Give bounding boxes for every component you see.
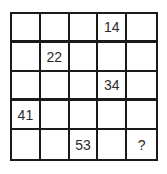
cell-r2c1 [12, 43, 41, 72]
cell-r5c5: ? [127, 130, 156, 159]
cell-r1c2 [41, 14, 70, 43]
cell-r3c4: 34 [98, 72, 127, 101]
cell-r1c3 [70, 14, 99, 43]
cell-r3c3 [70, 72, 99, 101]
cell-r2c4 [98, 43, 127, 72]
cell-r4c2 [41, 101, 70, 130]
cell-r1c4: 14 [98, 14, 127, 43]
cell-r5c2 [41, 130, 70, 159]
cell-r4c5 [127, 101, 156, 130]
cell-r3c2 [41, 72, 70, 101]
cell-r1c5 [127, 14, 156, 43]
cell-r5c3: 53 [70, 130, 99, 159]
cell-r2c2: 22 [41, 43, 70, 72]
cell-r4c4 [98, 101, 127, 130]
cell-r4c1: 41 [12, 101, 41, 130]
cell-r2c3 [70, 43, 99, 72]
cell-r5c1 [12, 130, 41, 159]
cell-r3c5 [127, 72, 156, 101]
cell-r1c1 [12, 14, 41, 43]
cell-r2c5 [127, 43, 156, 72]
puzzle-board: 14 22 34 41 53 ? [10, 12, 158, 161]
cell-r3c1 [12, 72, 41, 101]
cell-r5c4 [98, 130, 127, 159]
cell-r4c3 [70, 101, 99, 130]
